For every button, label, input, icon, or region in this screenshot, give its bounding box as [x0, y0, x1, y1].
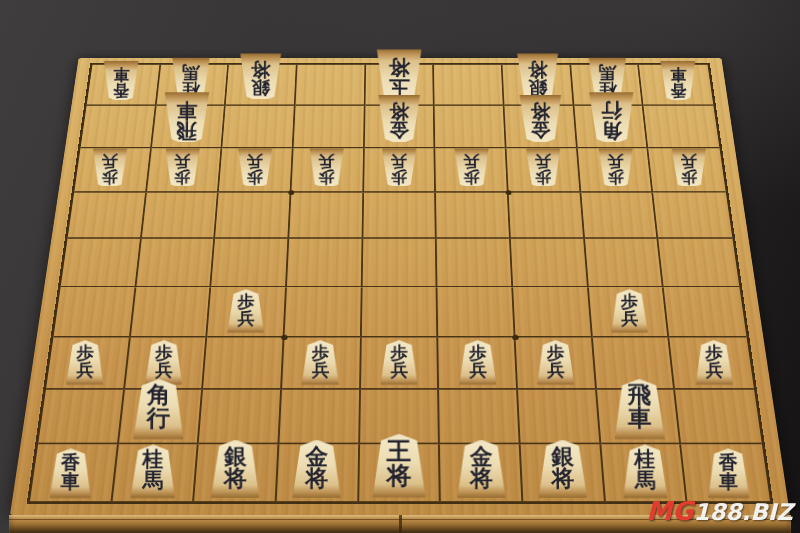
- board-cell-9f[interactable]: [53, 287, 136, 337]
- board-cell-1b[interactable]: [644, 106, 720, 149]
- piece-kanji: 桂: [634, 449, 655, 469]
- piece-face: 王将: [371, 434, 427, 498]
- piece-face: 歩兵: [381, 148, 417, 189]
- board-cell-1i[interactable]: 香車: [681, 444, 770, 501]
- piece-knight-sente[interactable]: 桂馬: [129, 444, 177, 497]
- piece-kanji: 銀: [552, 445, 575, 467]
- piece-kanji: 香: [718, 453, 738, 472]
- board-cell-4g[interactable]: 歩兵: [439, 337, 518, 389]
- piece-silver-gote[interactable]: 銀将: [238, 54, 282, 102]
- piece-kanji: 馬: [182, 64, 200, 81]
- piece-face: 飛車: [612, 379, 666, 439]
- watermark: MG188.BIZ: [646, 496, 793, 526]
- piece-kanji: 兵: [469, 361, 486, 378]
- board-cell-1c[interactable]: 歩兵: [649, 148, 726, 192]
- board-grid: 香車桂馬銀将玉将銀将桂馬香車飛車金将金将角行歩兵歩兵歩兵歩兵歩兵歩兵歩兵歩兵歩兵…: [27, 63, 774, 504]
- board-cell-1h[interactable]: [675, 390, 761, 445]
- board-cell-5d[interactable]: [363, 193, 437, 239]
- piece-kanji: 行: [601, 100, 622, 120]
- piece-kanji: 将: [531, 103, 551, 122]
- piece-kanji: 桂: [143, 449, 164, 469]
- piece-kanji: 銀: [224, 445, 247, 467]
- scene: 香車桂馬銀将玉将銀将桂馬香車飛車金将金将角行歩兵歩兵歩兵歩兵歩兵歩兵歩兵歩兵歩兵…: [0, 0, 800, 533]
- piece-face: 銀将: [537, 440, 589, 498]
- piece-kanji: 車: [718, 472, 738, 491]
- board-cell-6g[interactable]: 歩兵: [282, 337, 362, 389]
- board-cell-7i[interactable]: 銀将: [194, 444, 279, 501]
- shogi-board: 香車桂馬銀将玉将銀将桂馬香車飛車金将金将角行歩兵歩兵歩兵歩兵歩兵歩兵歩兵歩兵歩兵…: [10, 58, 790, 515]
- board-cell-4b[interactable]: [435, 106, 507, 149]
- piece-kanji: 将: [389, 57, 410, 77]
- board-cell-6b[interactable]: [293, 106, 365, 149]
- board-cell-4a[interactable]: [434, 65, 504, 106]
- board-cell-8i[interactable]: 桂馬: [112, 444, 199, 501]
- piece-kanji: 馬: [599, 64, 617, 81]
- board-cell-4d[interactable]: [436, 193, 511, 239]
- piece-kanji: 兵: [319, 154, 335, 169]
- board-cell-6i[interactable]: 金将: [277, 444, 360, 501]
- hoshi-dot: [512, 335, 519, 340]
- board-cell-9c[interactable]: 歩兵: [74, 148, 151, 192]
- board-cell-2h[interactable]: 飛車: [597, 390, 682, 445]
- board-cell-4f[interactable]: [438, 287, 516, 337]
- board-cell-7g[interactable]: [203, 337, 284, 389]
- piece-face: 歩兵: [670, 148, 707, 189]
- watermark-text: 188.BIZ: [693, 499, 793, 525]
- piece-pawn-gote[interactable]: 歩兵: [164, 148, 201, 189]
- piece-kanji: 将: [552, 467, 575, 489]
- board-cell-9g[interactable]: 歩兵: [46, 337, 130, 389]
- board-cell-8h[interactable]: 角行: [119, 390, 204, 445]
- piece-gold-sente[interactable]: 金将: [455, 440, 506, 498]
- piece-pawn-gote[interactable]: 歩兵: [525, 148, 562, 189]
- piece-kanji: 歩: [102, 170, 118, 185]
- board-cell-9e[interactable]: [61, 239, 142, 287]
- board-cell-7c[interactable]: 歩兵: [219, 148, 294, 192]
- piece-kanji: 香: [113, 82, 130, 98]
- board-cell-8e[interactable]: [136, 239, 215, 287]
- piece-kanji: 将: [470, 467, 493, 489]
- piece-kanji: 飛: [176, 120, 197, 140]
- board-cell-3d[interactable]: [509, 193, 585, 239]
- board-cell-3c[interactable]: 歩兵: [506, 148, 581, 192]
- board-cell-2d[interactable]: [581, 193, 659, 239]
- piece-pawn-gote[interactable]: 歩兵: [92, 148, 129, 189]
- board-cell-2e[interactable]: [585, 239, 664, 287]
- piece-face: 歩兵: [610, 289, 649, 333]
- piece-face: 銀将: [209, 440, 261, 498]
- piece-face: 角行: [132, 379, 186, 439]
- board-cell-4c[interactable]: 歩兵: [435, 148, 508, 192]
- board-cell-7d[interactable]: [215, 193, 291, 239]
- piece-knight-sente[interactable]: 桂馬: [621, 444, 669, 497]
- board-cell-3f[interactable]: [513, 287, 592, 337]
- piece-pawn-sente[interactable]: 歩兵: [301, 340, 341, 385]
- piece-kanji: 兵: [608, 154, 624, 169]
- board-cell-2f[interactable]: 歩兵: [589, 287, 670, 337]
- piece-face: 歩兵: [164, 148, 201, 189]
- piece-face: 角行: [588, 92, 636, 145]
- board-cell-7e[interactable]: [211, 239, 289, 287]
- board-cell-1f[interactable]: [664, 287, 747, 337]
- hoshi-dot: [505, 191, 511, 196]
- piece-kanji: 角: [601, 120, 622, 140]
- piece-gold-gote[interactable]: 金将: [377, 95, 421, 144]
- board-cell-6f[interactable]: [284, 287, 362, 337]
- piece-kanji: 金: [470, 445, 493, 467]
- piece-face: 香車: [49, 448, 94, 498]
- board-cell-4h[interactable]: [439, 390, 520, 445]
- board-cell-7f[interactable]: 歩兵: [207, 287, 286, 337]
- piece-kanji: 馬: [142, 470, 163, 490]
- piece-kanji: 兵: [390, 361, 407, 378]
- piece-face: 香車: [102, 61, 140, 102]
- piece-kanji: 歩: [174, 170, 190, 185]
- piece-face: 歩兵: [301, 340, 341, 385]
- piece-lance-sente[interactable]: 香車: [49, 448, 94, 498]
- board-cell-6e[interactable]: [287, 239, 363, 287]
- piece-face: 歩兵: [92, 148, 129, 189]
- board-cell-7b[interactable]: [222, 106, 295, 149]
- piece-kanji: 兵: [247, 154, 263, 169]
- piece-kanji: 将: [251, 61, 270, 79]
- piece-face: 香車: [706, 448, 751, 498]
- piece-face: 歩兵: [65, 340, 105, 385]
- piece-kanji: 車: [61, 472, 81, 491]
- board-cell-9b[interactable]: [80, 106, 156, 149]
- board-cell-2i[interactable]: 桂馬: [601, 444, 688, 501]
- piece-kanji: 行: [147, 408, 171, 431]
- piece-lance-gote[interactable]: 香車: [659, 61, 697, 102]
- piece-kanji: 歩: [247, 170, 263, 185]
- piece-pawn-sente[interactable]: 歩兵: [379, 340, 419, 385]
- piece-kanji: 銀: [251, 79, 270, 97]
- piece-king-sente[interactable]: 王将: [371, 434, 427, 498]
- piece-pawn-gote[interactable]: 歩兵: [381, 148, 417, 189]
- board-cell-4i[interactable]: 金将: [440, 444, 523, 501]
- piece-rook-gote[interactable]: 飛車: [163, 92, 211, 145]
- piece-pawn-sente[interactable]: 歩兵: [65, 340, 105, 385]
- piece-kanji: 将: [306, 467, 329, 489]
- piece-bishop-sente[interactable]: 角行: [132, 379, 186, 439]
- piece-pawn-sente[interactable]: 歩兵: [610, 289, 649, 333]
- piece-kanji: 将: [224, 467, 247, 489]
- piece-face: 香車: [659, 61, 697, 102]
- piece-pawn-gote[interactable]: 歩兵: [453, 148, 490, 189]
- piece-kanji: 歩: [608, 170, 624, 185]
- piece-kanji: 車: [176, 100, 197, 120]
- board-cell-7a[interactable]: 銀将: [226, 65, 298, 106]
- board-cell-6d[interactable]: [289, 193, 364, 239]
- board-fold-seam: [399, 515, 402, 533]
- piece-gold-sente[interactable]: 金将: [291, 440, 342, 498]
- board-cell-6a[interactable]: [296, 65, 366, 106]
- piece-face: 金将: [291, 440, 342, 498]
- piece-kanji: 兵: [391, 154, 407, 169]
- piece-kanji: 金: [389, 121, 408, 140]
- board-cell-9h[interactable]: [38, 390, 124, 445]
- piece-face: 歩兵: [453, 148, 490, 189]
- piece-face: 歩兵: [694, 340, 734, 385]
- piece-face: 歩兵: [458, 340, 498, 385]
- board-cell-1g[interactable]: 歩兵: [670, 337, 754, 389]
- board-cell-5b[interactable]: 金将: [364, 106, 435, 149]
- piece-face: 飛車: [163, 92, 211, 145]
- piece-kanji: 歩: [391, 170, 407, 185]
- piece-kanji: 兵: [237, 310, 254, 326]
- board-cell-5e[interactable]: [362, 239, 437, 287]
- piece-pawn-sente[interactable]: 歩兵: [458, 340, 498, 385]
- board-cell-5c[interactable]: 歩兵: [364, 148, 436, 192]
- piece-pawn-sente[interactable]: 歩兵: [536, 340, 576, 385]
- board-cell-4e[interactable]: [437, 239, 513, 287]
- piece-kanji: 馬: [635, 470, 656, 490]
- piece-gold-gote[interactable]: 金将: [518, 95, 563, 144]
- piece-kanji: 兵: [705, 361, 723, 378]
- piece-kanji: 兵: [76, 361, 94, 378]
- board-cell-3e[interactable]: [511, 239, 589, 287]
- piece-kanji: 歩: [536, 170, 552, 185]
- piece-kanji: 兵: [102, 154, 118, 169]
- board-cell-3g[interactable]: 歩兵: [516, 337, 597, 389]
- piece-face: 歩兵: [226, 289, 265, 333]
- board-cell-7h[interactable]: [199, 390, 282, 445]
- piece-kanji: 兵: [174, 154, 190, 169]
- board-cell-1e[interactable]: [659, 239, 740, 287]
- piece-bishop-gote[interactable]: 角行: [588, 92, 636, 145]
- piece-kanji: 玉: [389, 77, 410, 97]
- board-cell-1d[interactable]: [653, 193, 732, 239]
- board-cell-8b[interactable]: 飛車: [151, 106, 225, 149]
- piece-kanji: 将: [389, 103, 408, 122]
- piece-kanji: 車: [628, 408, 652, 431]
- piece-face: 銀将: [238, 54, 282, 102]
- board-cell-8c[interactable]: 歩兵: [147, 148, 223, 192]
- piece-face: 歩兵: [525, 148, 562, 189]
- piece-face: 歩兵: [597, 148, 634, 189]
- piece-kanji: 兵: [535, 154, 551, 169]
- piece-lance-sente[interactable]: 香車: [706, 448, 751, 498]
- piece-kanji: 歩: [681, 170, 697, 185]
- piece-kanji: 歩: [319, 170, 335, 185]
- piece-pawn-gote[interactable]: 歩兵: [309, 148, 346, 189]
- piece-kanji: 車: [669, 67, 686, 83]
- board-cell-9i[interactable]: 香車: [30, 444, 119, 501]
- piece-face: 金将: [455, 440, 506, 498]
- piece-face: 桂馬: [129, 444, 177, 497]
- piece-silver-sente[interactable]: 銀将: [537, 440, 589, 498]
- board-cell-8f[interactable]: [130, 287, 211, 337]
- piece-kanji: 兵: [681, 154, 697, 169]
- board-cell-8d[interactable]: [141, 193, 219, 239]
- piece-pawn-sente[interactable]: 歩兵: [694, 340, 734, 385]
- board-cell-6c[interactable]: 歩兵: [291, 148, 364, 192]
- board-cell-9a[interactable]: 香車: [87, 65, 161, 106]
- piece-face: 歩兵: [379, 340, 419, 385]
- piece-rook-sente[interactable]: 飛車: [612, 379, 666, 439]
- piece-kanji: 金: [306, 445, 329, 467]
- board-surface: 香車桂馬銀将玉将銀将桂馬香車飛車金将金将角行歩兵歩兵歩兵歩兵歩兵歩兵歩兵歩兵歩兵…: [10, 58, 790, 515]
- piece-face: 桂馬: [621, 444, 669, 497]
- piece-face: 歩兵: [236, 148, 273, 189]
- piece-kanji: 兵: [312, 361, 329, 378]
- board-cell-9d[interactable]: [68, 193, 147, 239]
- board-cell-5i[interactable]: 王将: [359, 444, 441, 501]
- piece-pawn-gote[interactable]: 歩兵: [670, 148, 707, 189]
- piece-lance-gote[interactable]: 香車: [102, 61, 140, 102]
- piece-kanji: 将: [528, 61, 547, 79]
- piece-kanji: 香: [61, 453, 81, 472]
- piece-kanji: 歩: [463, 170, 479, 185]
- piece-face: 金将: [518, 95, 563, 144]
- piece-kanji: 兵: [621, 310, 638, 326]
- board-cell-5f[interactable]: [361, 287, 438, 337]
- piece-kanji: 香: [670, 82, 687, 98]
- board-cell-2b[interactable]: 角行: [574, 106, 648, 149]
- piece-pawn-gote[interactable]: 歩兵: [236, 148, 273, 189]
- piece-face: 金将: [377, 95, 421, 144]
- piece-pawn-sente[interactable]: 歩兵: [226, 289, 265, 333]
- board-cell-2c[interactable]: 歩兵: [578, 148, 654, 192]
- piece-kanji: 兵: [547, 361, 565, 378]
- board-cell-1a[interactable]: 香車: [639, 65, 713, 106]
- piece-kanji: 兵: [463, 154, 479, 169]
- piece-pawn-gote[interactable]: 歩兵: [597, 148, 634, 189]
- piece-kanji: 兵: [155, 361, 173, 378]
- piece-face: 歩兵: [536, 340, 576, 385]
- piece-face: 歩兵: [309, 148, 346, 189]
- piece-silver-sente[interactable]: 銀将: [209, 440, 261, 498]
- watermark-logo: MG: [646, 496, 693, 526]
- piece-kanji: 車: [113, 67, 130, 83]
- board-cell-3b[interactable]: 金将: [504, 106, 577, 149]
- board-cell-3h[interactable]: [518, 390, 601, 445]
- piece-kanji: 金: [531, 121, 551, 140]
- board-cell-3i[interactable]: 銀将: [521, 444, 606, 501]
- board-cell-6h[interactable]: [279, 390, 360, 445]
- board-cell-5g[interactable]: 歩兵: [361, 337, 440, 389]
- piece-kanji: 将: [387, 464, 412, 488]
